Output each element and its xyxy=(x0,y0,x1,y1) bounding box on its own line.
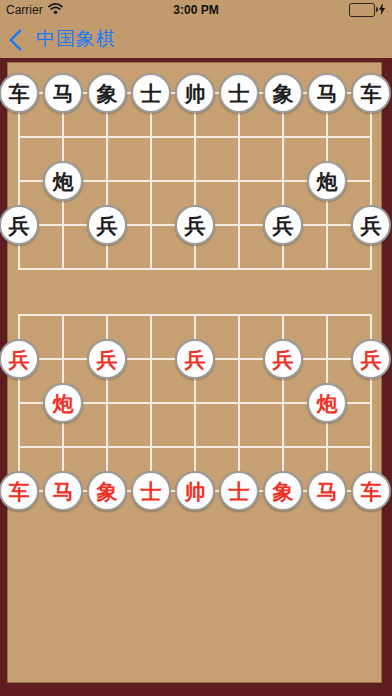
piece-black-象[interactable]: 象 xyxy=(87,73,127,113)
piece-black-士[interactable]: 士 xyxy=(131,73,171,113)
piece-red-兵[interactable]: 兵 xyxy=(351,339,391,379)
back-label: 中国象棋 xyxy=(36,26,116,52)
clock-label: 3:00 PM xyxy=(173,3,218,17)
piece-black-帅[interactable]: 帅 xyxy=(175,73,215,113)
piece-black-象[interactable]: 象 xyxy=(263,73,303,113)
piece-black-兵[interactable]: 兵 xyxy=(87,205,127,245)
piece-black-炮[interactable]: 炮 xyxy=(43,161,83,201)
status-bar: Carrier 3:00 PM xyxy=(0,0,392,20)
piece-black-车[interactable]: 车 xyxy=(351,73,391,113)
piece-red-象[interactable]: 象 xyxy=(263,471,303,511)
piece-red-车[interactable]: 车 xyxy=(351,471,391,511)
piece-black-马[interactable]: 马 xyxy=(307,73,347,113)
piece-red-士[interactable]: 士 xyxy=(219,471,259,511)
piece-red-炮[interactable]: 炮 xyxy=(307,383,347,423)
piece-red-兵[interactable]: 兵 xyxy=(0,339,39,379)
piece-black-炮[interactable]: 炮 xyxy=(307,161,347,201)
app-screen: Carrier 3:00 PM 中国象棋 xyxy=(0,0,392,696)
back-button[interactable]: 中国象棋 xyxy=(12,26,116,52)
piece-black-马[interactable]: 马 xyxy=(43,73,83,113)
battery-icon xyxy=(349,3,375,17)
piece-red-马[interactable]: 马 xyxy=(307,471,347,511)
piece-black-兵[interactable]: 兵 xyxy=(0,205,39,245)
piece-red-帅[interactable]: 帅 xyxy=(175,471,215,511)
piece-red-兵[interactable]: 兵 xyxy=(87,339,127,379)
nav-bar: 中国象棋 xyxy=(0,20,392,58)
piece-red-兵[interactable]: 兵 xyxy=(175,339,215,379)
piece-black-车[interactable]: 车 xyxy=(0,73,39,113)
carrier-label: Carrier xyxy=(6,3,43,17)
piece-red-炮[interactable]: 炮 xyxy=(43,383,83,423)
wifi-icon xyxy=(48,3,63,17)
piece-black-兵[interactable]: 兵 xyxy=(175,205,215,245)
piece-red-象[interactable]: 象 xyxy=(87,471,127,511)
piece-black-兵[interactable]: 兵 xyxy=(351,205,391,245)
piece-black-兵[interactable]: 兵 xyxy=(263,205,303,245)
piece-red-士[interactable]: 士 xyxy=(131,471,171,511)
piece-black-士[interactable]: 士 xyxy=(219,73,259,113)
piece-red-兵[interactable]: 兵 xyxy=(263,339,303,379)
piece-red-车[interactable]: 车 xyxy=(0,471,39,511)
back-chevron-icon xyxy=(9,28,32,51)
charging-bolt-icon xyxy=(378,3,386,18)
piece-red-马[interactable]: 马 xyxy=(43,471,83,511)
